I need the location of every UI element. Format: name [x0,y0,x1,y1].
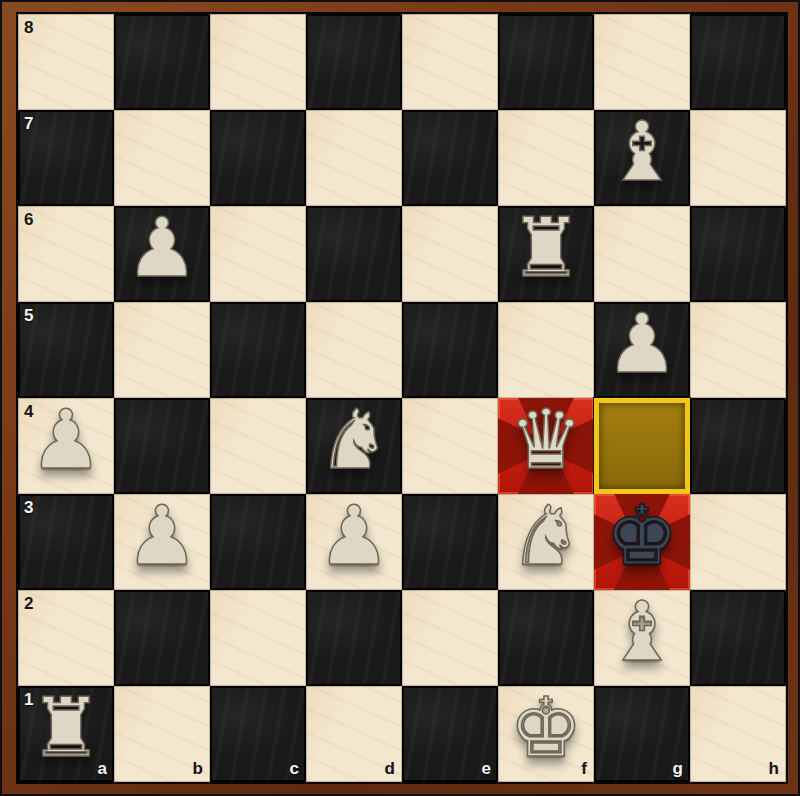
square-a8[interactable]: 8 [18,14,114,110]
square-g3[interactable]: ♚ [594,494,690,590]
square-a5[interactable]: 5 [18,302,114,398]
square-h2[interactable] [690,590,786,686]
square-h8[interactable] [690,14,786,110]
square-b7[interactable] [114,110,210,206]
square-c7[interactable] [210,110,306,206]
square-g8[interactable] [594,14,690,110]
square-d3[interactable]: ♟ [306,494,402,590]
square-h6[interactable] [690,206,786,302]
square-f6[interactable]: ♜ [498,206,594,302]
file-label-e: e [482,760,491,777]
square-b6[interactable]: ♟ [114,206,210,302]
square-g1[interactable]: g [594,686,690,782]
square-h1[interactable]: h [690,686,786,782]
white-knight[interactable]: ♞ [498,488,594,584]
square-a3[interactable]: 3 [18,494,114,590]
white-bishop[interactable]: ♝ [594,584,690,680]
board-frame: 87♝6♟♜5♟4♟♞♛3♟♟♞♚2♝1a♜bcdef♚gh [0,0,800,796]
square-b1[interactable]: b [114,686,210,782]
square-b8[interactable] [114,14,210,110]
square-f3[interactable]: ♞ [498,494,594,590]
square-h7[interactable] [690,110,786,206]
white-pawn[interactable]: ♟ [114,200,210,296]
rank-label-6: 6 [24,211,33,228]
square-d1[interactable]: d [306,686,402,782]
white-queen[interactable]: ♛ [498,392,594,488]
square-d5[interactable] [306,302,402,398]
white-bishop[interactable]: ♝ [594,104,690,200]
square-d7[interactable] [306,110,402,206]
rank-label-5: 5 [24,307,33,324]
chess-board: 87♝6♟♜5♟4♟♞♛3♟♟♞♚2♝1a♜bcdef♚gh [18,14,786,782]
square-a2[interactable]: 2 [18,590,114,686]
square-e4[interactable] [402,398,498,494]
rank-label-2: 2 [24,595,33,612]
square-b2[interactable] [114,590,210,686]
square-e1[interactable]: e [402,686,498,782]
white-rook[interactable]: ♜ [18,680,114,776]
square-b3[interactable]: ♟ [114,494,210,590]
square-g7[interactable]: ♝ [594,110,690,206]
square-c3[interactable] [210,494,306,590]
square-c6[interactable] [210,206,306,302]
square-c1[interactable]: c [210,686,306,782]
square-g2[interactable]: ♝ [594,590,690,686]
square-f4[interactable]: ♛ [498,398,594,494]
square-e8[interactable] [402,14,498,110]
square-d4[interactable]: ♞ [306,398,402,494]
square-e2[interactable] [402,590,498,686]
square-f5[interactable] [498,302,594,398]
white-pawn[interactable]: ♟ [594,296,690,392]
file-label-g: g [673,760,683,777]
square-c4[interactable] [210,398,306,494]
square-h4[interactable] [690,398,786,494]
square-h5[interactable] [690,302,786,398]
square-d6[interactable] [306,206,402,302]
square-a1[interactable]: 1a♜ [18,686,114,782]
square-g6[interactable] [594,206,690,302]
rank-label-3: 3 [24,499,33,516]
rank-label-7: 7 [24,115,33,132]
square-e7[interactable] [402,110,498,206]
square-g4-selected-highlight[interactable] [594,398,690,494]
black-king[interactable]: ♚ [594,488,690,584]
square-f2[interactable] [498,590,594,686]
square-d2[interactable] [306,590,402,686]
square-c8[interactable] [210,14,306,110]
white-pawn[interactable]: ♟ [114,488,210,584]
square-b5[interactable] [114,302,210,398]
file-label-d: d [385,760,395,777]
square-a4[interactable]: 4♟ [18,398,114,494]
white-king[interactable]: ♚ [498,680,594,776]
square-f7[interactable] [498,110,594,206]
white-pawn[interactable]: ♟ [306,488,402,584]
square-h3[interactable] [690,494,786,590]
white-rook[interactable]: ♜ [498,200,594,296]
square-b4[interactable] [114,398,210,494]
square-g5[interactable]: ♟ [594,302,690,398]
square-c5[interactable] [210,302,306,398]
file-label-b: b [193,760,203,777]
file-label-c: c [290,760,299,777]
rank-label-8: 8 [24,19,33,36]
square-e5[interactable] [402,302,498,398]
square-c2[interactable] [210,590,306,686]
square-f8[interactable] [498,14,594,110]
white-pawn[interactable]: ♟ [18,392,114,488]
square-f1[interactable]: f♚ [498,686,594,782]
square-e6[interactable] [402,206,498,302]
white-knight[interactable]: ♞ [306,392,402,488]
square-d8[interactable] [306,14,402,110]
square-e3[interactable] [402,494,498,590]
file-label-h: h [769,760,779,777]
square-a6[interactable]: 6 [18,206,114,302]
square-a7[interactable]: 7 [18,110,114,206]
